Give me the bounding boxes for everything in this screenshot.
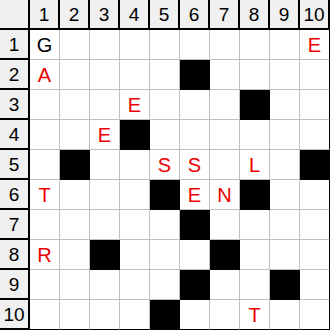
cell-r9-c2[interactable]: [60, 270, 90, 300]
row-header-8: 8: [0, 240, 30, 270]
corner-header: [0, 0, 30, 30]
cell-r7-c9[interactable]: [270, 210, 300, 240]
cell-r5-c5[interactable]: S: [150, 150, 180, 180]
cell-r1-c8[interactable]: [240, 30, 270, 60]
cell-letter: T: [248, 305, 260, 325]
cell-r9-c3[interactable]: [90, 270, 120, 300]
cell-r5-c4[interactable]: [120, 150, 150, 180]
cell-r5-c1[interactable]: [30, 150, 60, 180]
black-cell-r8-c7: [210, 240, 240, 270]
cell-r3-c2[interactable]: [60, 90, 90, 120]
black-cell-r4-c4: [120, 120, 150, 150]
cell-r4-c3[interactable]: E: [90, 120, 120, 150]
cell-r10-c2[interactable]: [60, 300, 90, 330]
cell-r8-c2[interactable]: [60, 240, 90, 270]
cell-r3-c5[interactable]: [150, 90, 180, 120]
cell-r6-c7[interactable]: N: [210, 180, 240, 210]
cell-letter: E: [128, 95, 141, 115]
cell-r10-c8[interactable]: T: [240, 300, 270, 330]
cell-r4-c2[interactable]: [60, 120, 90, 150]
cell-r7-c4[interactable]: [120, 210, 150, 240]
cell-r9-c5[interactable]: [150, 270, 180, 300]
black-cell-r9-c6: [180, 270, 210, 300]
black-cell-r6-c5: [150, 180, 180, 210]
cell-r3-c4[interactable]: E: [120, 90, 150, 120]
cell-letter: G: [37, 35, 53, 55]
cell-r3-c6[interactable]: [180, 90, 210, 120]
cell-r4-c9[interactable]: [270, 120, 300, 150]
cell-r6-c4[interactable]: [120, 180, 150, 210]
cell-r3-c1[interactable]: [30, 90, 60, 120]
cell-letter: E: [98, 125, 111, 145]
col-header-8: 8: [240, 0, 270, 30]
cell-letter: S: [158, 155, 171, 175]
cell-r2-c2[interactable]: [60, 60, 90, 90]
cell-r8-c1[interactable]: R: [30, 240, 60, 270]
cell-r2-c1[interactable]: A: [30, 60, 60, 90]
cell-r5-c8[interactable]: L: [240, 150, 270, 180]
cell-r10-c4[interactable]: [120, 300, 150, 330]
cell-r4-c10[interactable]: [300, 120, 330, 150]
col-header-3: 3: [90, 0, 120, 30]
row-header-5: 5: [0, 150, 30, 180]
row-header-2: 2: [0, 60, 30, 90]
cell-letter: S: [188, 155, 201, 175]
cell-r6-c1[interactable]: T: [30, 180, 60, 210]
col-header-2: 2: [60, 0, 90, 30]
cell-r5-c9[interactable]: [270, 150, 300, 180]
cell-letter: T: [38, 185, 50, 205]
cell-r1-c2[interactable]: [60, 30, 90, 60]
cell-r3-c10[interactable]: [300, 90, 330, 120]
cell-r1-c3[interactable]: [90, 30, 120, 60]
cell-r2-c10[interactable]: [300, 60, 330, 90]
cell-r8-c4[interactable]: [120, 240, 150, 270]
black-cell-r3-c8: [240, 90, 270, 120]
cell-r6-c9[interactable]: [270, 180, 300, 210]
cell-r5-c3[interactable]: [90, 150, 120, 180]
cell-r1-c9[interactable]: [270, 30, 300, 60]
cell-letter: A: [38, 65, 51, 85]
cell-r6-c6[interactable]: E: [180, 180, 210, 210]
cell-r2-c8[interactable]: [240, 60, 270, 90]
cell-r1-c7[interactable]: [210, 30, 240, 60]
cell-r9-c4[interactable]: [120, 270, 150, 300]
cell-r2-c9[interactable]: [270, 60, 300, 90]
black-cell-r10-c5: [150, 300, 180, 330]
cell-r7-c2[interactable]: [60, 210, 90, 240]
cell-r6-c10[interactable]: [300, 180, 330, 210]
cell-letter: E: [308, 35, 321, 55]
cell-r7-c8[interactable]: [240, 210, 270, 240]
cell-r10-c7[interactable]: [210, 300, 240, 330]
col-header-7: 7: [210, 0, 240, 30]
cell-r2-c3[interactable]: [90, 60, 120, 90]
cell-r10-c6[interactable]: [180, 300, 210, 330]
cell-r4-c5[interactable]: [150, 120, 180, 150]
cell-r10-c9[interactable]: [270, 300, 300, 330]
black-cell-r5-c10: [300, 150, 330, 180]
row-header-9: 9: [0, 270, 30, 300]
cell-r9-c10[interactable]: [300, 270, 330, 300]
row-header-6: 6: [0, 180, 30, 210]
cell-r2-c7[interactable]: [210, 60, 240, 90]
col-header-1: 1: [30, 0, 60, 30]
black-cell-r6-c8: [240, 180, 270, 210]
puzzle-board: 123456789101GE2A3E4E5SSL6TEN78R910T: [0, 0, 330, 330]
row-header-3: 3: [0, 90, 30, 120]
cell-r9-c1[interactable]: [30, 270, 60, 300]
col-header-4: 4: [120, 0, 150, 30]
cell-r8-c5[interactable]: [150, 240, 180, 270]
cell-r3-c9[interactable]: [270, 90, 300, 120]
row-header-7: 7: [0, 210, 30, 240]
cell-r7-c7[interactable]: [210, 210, 240, 240]
cell-r4-c1[interactable]: [30, 120, 60, 150]
cell-r8-c6[interactable]: [180, 240, 210, 270]
col-header-5: 5: [150, 0, 180, 30]
cell-r9-c8[interactable]: [240, 270, 270, 300]
cell-r2-c4[interactable]: [120, 60, 150, 90]
black-cell-r5-c2: [60, 150, 90, 180]
black-cell-r7-c6: [180, 210, 210, 240]
cell-r7-c1[interactable]: [30, 210, 60, 240]
cell-letter: E: [188, 185, 201, 205]
cell-letter: R: [37, 245, 51, 265]
cell-r4-c7[interactable]: [210, 120, 240, 150]
row-header-4: 4: [0, 120, 30, 150]
cell-r7-c5[interactable]: [150, 210, 180, 240]
cell-r1-c5[interactable]: [150, 30, 180, 60]
cell-r2-c5[interactable]: [150, 60, 180, 90]
cell-r8-c10[interactable]: [300, 240, 330, 270]
cell-letter: L: [249, 155, 260, 175]
cell-r6-c3[interactable]: [90, 180, 120, 210]
black-cell-r9-c9: [270, 270, 300, 300]
black-cell-r2-c6: [180, 60, 210, 90]
cell-r3-c3[interactable]: [90, 90, 120, 120]
cell-r8-c8[interactable]: [240, 240, 270, 270]
cell-r7-c3[interactable]: [90, 210, 120, 240]
cell-r7-c10[interactable]: [300, 210, 330, 240]
cell-r4-c6[interactable]: [180, 120, 210, 150]
cell-r1-c10[interactable]: E: [300, 30, 330, 60]
cell-r10-c1[interactable]: [30, 300, 60, 330]
cell-r1-c1[interactable]: G: [30, 30, 60, 60]
cell-r6-c2[interactable]: [60, 180, 90, 210]
cell-r5-c7[interactable]: [210, 150, 240, 180]
cell-r9-c7[interactable]: [210, 270, 240, 300]
black-cell-r8-c3: [90, 240, 120, 270]
cell-r4-c8[interactable]: [240, 120, 270, 150]
cell-r5-c6[interactable]: S: [180, 150, 210, 180]
cell-letter: N: [217, 185, 231, 205]
row-header-10: 10: [0, 300, 30, 330]
cell-r10-c3[interactable]: [90, 300, 120, 330]
row-header-1: 1: [0, 30, 30, 60]
cell-r8-c9[interactable]: [270, 240, 300, 270]
cell-r10-c10[interactable]: [300, 300, 330, 330]
col-header-6: 6: [180, 0, 210, 30]
cell-r1-c6[interactable]: [180, 30, 210, 60]
cell-r1-c4[interactable]: [120, 30, 150, 60]
cell-r3-c7[interactable]: [210, 90, 240, 120]
col-header-10: 10: [300, 0, 330, 30]
col-header-9: 9: [270, 0, 300, 30]
